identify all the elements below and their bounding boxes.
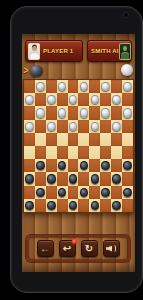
board-square[interactable]	[57, 159, 68, 172]
board-square[interactable]	[100, 80, 111, 93]
board-square[interactable]	[24, 120, 35, 133]
board-square[interactable]	[24, 106, 35, 119]
turn-indicator-icon: >	[24, 64, 29, 78]
white-piece[interactable]	[69, 95, 78, 104]
board-square[interactable]	[57, 186, 68, 199]
board-square[interactable]	[78, 186, 89, 199]
avatar-head	[123, 46, 128, 51]
white-piece[interactable]	[101, 108, 110, 117]
board-square[interactable]	[111, 80, 122, 93]
board-square[interactable]	[57, 199, 68, 212]
board-square[interactable]	[35, 80, 46, 93]
black-piece[interactable]	[101, 188, 110, 197]
board-square[interactable]	[46, 186, 57, 199]
board-square[interactable]	[46, 159, 57, 172]
player2-plate: SMITH AI	[87, 40, 132, 62]
player2-avatar	[119, 43, 131, 60]
board-square[interactable]	[35, 159, 46, 172]
board-square[interactable]	[78, 172, 89, 185]
white-piece[interactable]	[69, 122, 78, 131]
board-square[interactable]	[35, 120, 46, 133]
board-square[interactable]	[46, 120, 57, 133]
white-piece[interactable]	[101, 82, 110, 91]
board-square[interactable]	[46, 80, 57, 93]
board-square[interactable]	[111, 186, 122, 199]
black-piece[interactable]	[47, 174, 56, 183]
board-square[interactable]	[57, 93, 68, 106]
board-square[interactable]	[78, 106, 89, 119]
white-piece[interactable]	[123, 82, 132, 91]
restart-icon: ↻	[85, 244, 93, 254]
board-square[interactable]	[78, 199, 89, 212]
board-square[interactable]	[89, 93, 100, 106]
board-square[interactable]	[24, 146, 35, 159]
toolbar: ← ↩ ↻	[26, 235, 130, 262]
board-square[interactable]	[46, 106, 57, 119]
board-square[interactable]	[100, 172, 111, 185]
phone-frame: PLAYER 1 SMITH AI > ←	[10, 6, 143, 293]
board-square[interactable]	[100, 159, 111, 172]
board-square[interactable]	[100, 133, 111, 146]
board-square[interactable]	[46, 133, 57, 146]
black-piece[interactable]	[25, 201, 34, 210]
board-square[interactable]	[24, 80, 35, 93]
white-piece[interactable]	[36, 82, 45, 91]
black-piece[interactable]	[58, 161, 67, 170]
board-square[interactable]	[35, 133, 46, 146]
white-piece[interactable]	[36, 108, 45, 117]
board-square[interactable]	[68, 172, 79, 185]
white-piece[interactable]	[58, 82, 67, 91]
restart-button[interactable]: ↻	[81, 240, 98, 258]
board-square[interactable]	[35, 93, 46, 106]
black-piece[interactable]	[36, 161, 45, 170]
game-screen: PLAYER 1 SMITH AI > ←	[22, 34, 135, 272]
sound-button[interactable]	[103, 240, 120, 258]
board-square[interactable]	[24, 199, 35, 212]
board-square[interactable]	[68, 120, 79, 133]
white-piece[interactable]	[123, 108, 132, 117]
white-piece[interactable]	[47, 95, 56, 104]
board-square[interactable]	[68, 80, 79, 93]
board-square[interactable]	[100, 199, 111, 212]
board-square[interactable]	[122, 172, 133, 185]
board-square[interactable]	[100, 93, 111, 106]
board-square[interactable]	[68, 106, 79, 119]
draughts-board[interactable]	[23, 79, 134, 213]
board-square[interactable]	[89, 106, 100, 119]
white-piece[interactable]	[25, 95, 34, 104]
board-square[interactable]	[122, 146, 133, 159]
white-piece[interactable]	[91, 122, 100, 131]
player1-dark-piece-icon	[30, 65, 43, 77]
board-square[interactable]	[46, 172, 57, 185]
black-piece[interactable]	[58, 188, 67, 197]
undo-button[interactable]: ↩	[59, 240, 76, 258]
board-square[interactable]	[111, 133, 122, 146]
captured-pieces-tray: >	[23, 63, 134, 78]
black-piece[interactable]	[91, 174, 100, 183]
back-button[interactable]: ←	[37, 240, 54, 258]
board-square[interactable]	[57, 133, 68, 146]
board-square[interactable]	[68, 146, 79, 159]
white-piece[interactable]	[112, 95, 121, 104]
board-square[interactable]	[100, 106, 111, 119]
board-square[interactable]	[122, 120, 133, 133]
board-square[interactable]	[35, 172, 46, 185]
board-square[interactable]	[57, 120, 68, 133]
avatar-body	[121, 52, 130, 59]
black-piece[interactable]	[69, 201, 78, 210]
board-square[interactable]	[122, 186, 133, 199]
black-piece[interactable]	[112, 201, 121, 210]
white-piece[interactable]	[58, 108, 67, 117]
board-square[interactable]	[122, 133, 133, 146]
black-piece[interactable]	[47, 201, 56, 210]
board-square[interactable]	[57, 172, 68, 185]
board-square[interactable]	[89, 120, 100, 133]
undo-icon: ↩	[63, 244, 71, 254]
board-square[interactable]	[46, 146, 57, 159]
board-square[interactable]	[78, 159, 89, 172]
board-square[interactable]	[24, 186, 35, 199]
board-square[interactable]	[111, 172, 122, 185]
board-square[interactable]	[57, 80, 68, 93]
white-piece[interactable]	[80, 108, 89, 117]
black-piece[interactable]	[80, 161, 89, 170]
undo-notification-badge	[72, 239, 77, 244]
board-square[interactable]	[68, 186, 79, 199]
board-square[interactable]	[35, 186, 46, 199]
white-piece[interactable]	[25, 122, 34, 131]
white-piece[interactable]	[91, 95, 100, 104]
board-square[interactable]	[35, 106, 46, 119]
avatar-head	[32, 46, 37, 51]
board-square[interactable]	[111, 199, 122, 212]
sound-icon	[106, 244, 117, 254]
board-square[interactable]	[68, 93, 79, 106]
board-square[interactable]	[89, 146, 100, 159]
board-square[interactable]	[24, 93, 35, 106]
black-piece[interactable]	[69, 174, 78, 183]
board-square[interactable]	[68, 199, 79, 212]
back-icon: ←	[40, 244, 50, 254]
board-square[interactable]	[57, 106, 68, 119]
board-square[interactable]	[57, 146, 68, 159]
board-square[interactable]	[89, 159, 100, 172]
board-square[interactable]	[78, 80, 89, 93]
black-piece[interactable]	[91, 201, 100, 210]
board-square[interactable]	[111, 93, 122, 106]
board-square[interactable]	[35, 199, 46, 212]
board-square[interactable]	[100, 120, 111, 133]
board-square[interactable]	[89, 80, 100, 93]
board-square[interactable]	[111, 159, 122, 172]
player-header: PLAYER 1 SMITH AI	[25, 40, 132, 62]
board-square[interactable]	[68, 159, 79, 172]
board-square[interactable]	[122, 93, 133, 106]
board-square[interactable]	[35, 146, 46, 159]
black-piece[interactable]	[25, 174, 34, 183]
player2-name: SMITH AI	[91, 48, 119, 54]
board-square[interactable]	[68, 133, 79, 146]
stage: PLAYER 1 SMITH AI > ←	[0, 0, 143, 300]
board-square[interactable]	[122, 159, 133, 172]
board-square[interactable]	[122, 106, 133, 119]
front-camera-icon	[124, 13, 128, 17]
black-piece[interactable]	[123, 188, 132, 197]
board-square[interactable]	[111, 120, 122, 133]
board-square[interactable]	[122, 80, 133, 93]
black-piece[interactable]	[101, 161, 110, 170]
white-piece[interactable]	[80, 82, 89, 91]
board-square[interactable]	[46, 93, 57, 106]
board-square[interactable]	[100, 146, 111, 159]
board-square[interactable]	[89, 199, 100, 212]
player1-name: PLAYER 1	[43, 48, 73, 54]
player2-light-piece-icon	[121, 64, 133, 76]
board-square[interactable]	[89, 133, 100, 146]
board-square[interactable]	[111, 146, 122, 159]
board-square[interactable]	[24, 159, 35, 172]
board-square[interactable]	[100, 186, 111, 199]
board-square[interactable]	[89, 172, 100, 185]
board-square[interactable]	[24, 172, 35, 185]
board-square[interactable]	[78, 146, 89, 159]
black-piece[interactable]	[36, 188, 45, 197]
board-square[interactable]	[78, 120, 89, 133]
player1-plate: PLAYER 1	[25, 40, 83, 62]
board-square[interactable]	[24, 133, 35, 146]
board-square[interactable]	[89, 186, 100, 199]
white-piece[interactable]	[112, 122, 121, 131]
board-square[interactable]	[122, 199, 133, 212]
avatar-body	[30, 52, 39, 59]
board-square[interactable]	[78, 93, 89, 106]
board-square[interactable]	[78, 133, 89, 146]
black-piece[interactable]	[80, 188, 89, 197]
board-square[interactable]	[46, 199, 57, 212]
black-piece[interactable]	[112, 174, 121, 183]
player1-avatar	[28, 43, 40, 60]
board-square[interactable]	[111, 106, 122, 119]
white-piece[interactable]	[47, 122, 56, 131]
black-piece[interactable]	[123, 161, 132, 170]
